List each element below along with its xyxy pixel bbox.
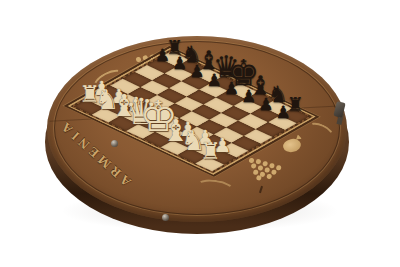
product-photo-stage: ARMENIA ♜♞♝♛♚♝♞♜♟♟♟♟♟♟♟♟♟♟♟♟♟♟♟♟♜♞♝♛♚♝♞♜ [0,0,400,267]
foot-knob-icon [162,214,169,221]
clasp-knob-icon [111,140,118,147]
